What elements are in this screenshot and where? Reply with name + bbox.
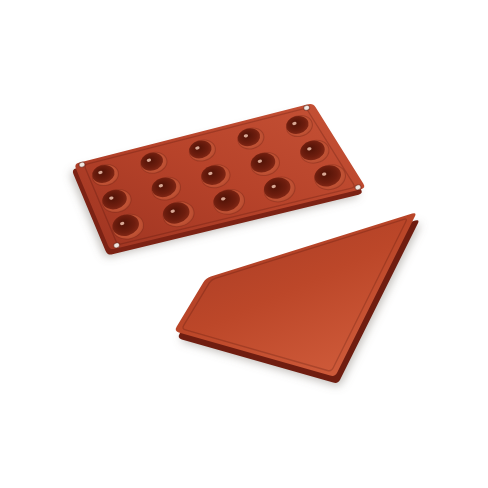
hanging-hole (78, 162, 85, 168)
hanging-hole (113, 242, 120, 248)
mold-product-photo-svg (0, 0, 488, 488)
photo-background (0, 0, 488, 488)
hole-opening (303, 105, 310, 111)
hole-opening (113, 242, 120, 248)
hanging-hole (354, 184, 361, 190)
hole-opening (354, 184, 361, 190)
product-photo (0, 0, 488, 488)
hanging-hole (303, 105, 310, 111)
hole-opening (78, 162, 85, 168)
